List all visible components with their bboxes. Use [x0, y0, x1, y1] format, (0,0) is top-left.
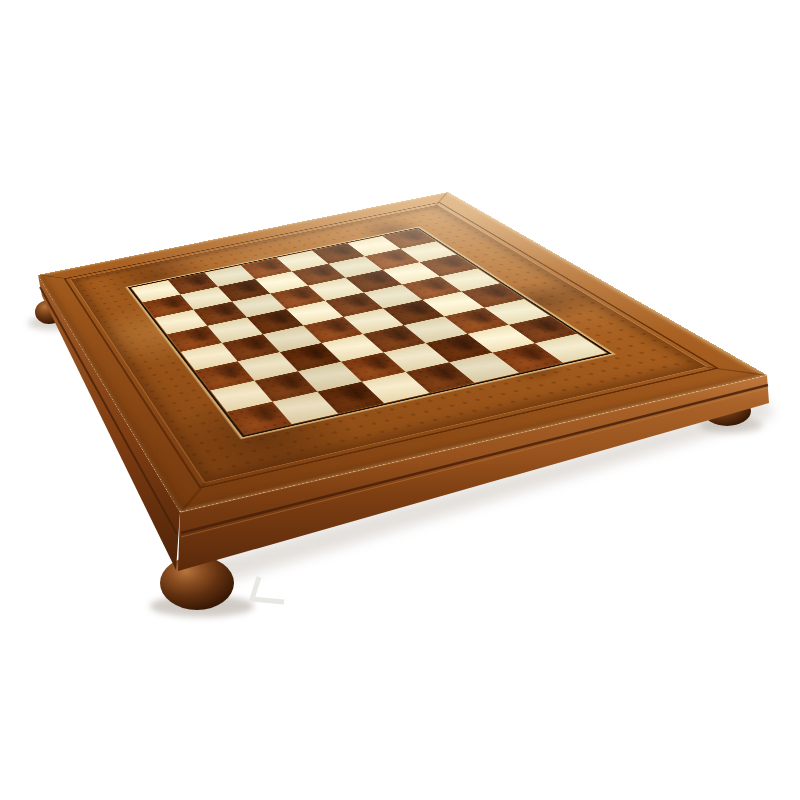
- chessboard-product-photo: [0, 0, 800, 800]
- backdrop-watermark: [252, 577, 284, 602]
